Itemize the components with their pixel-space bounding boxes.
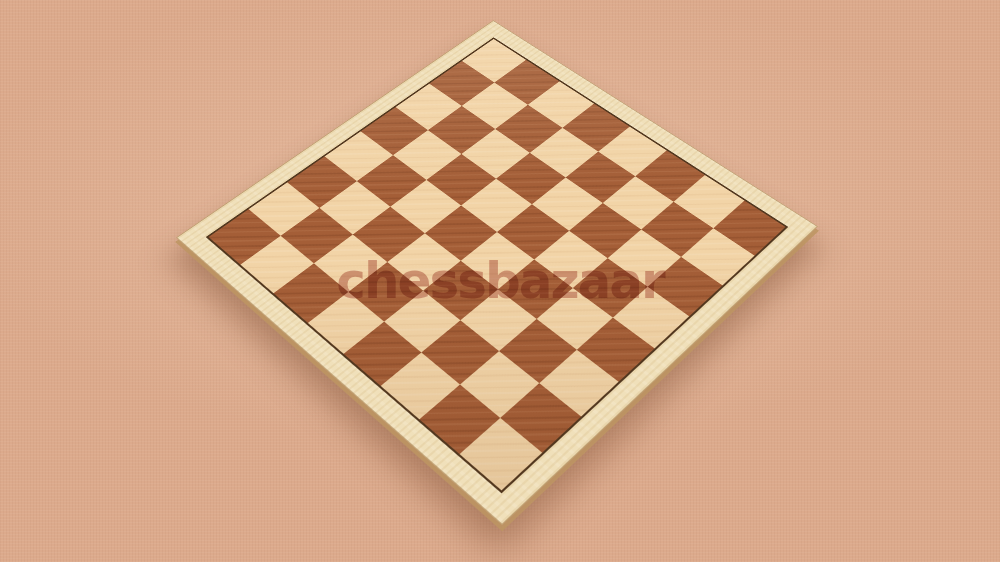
board-grid — [206, 37, 789, 493]
board-frame — [176, 20, 818, 525]
board-3d-pose — [176, 20, 818, 525]
chess-board — [266, 1, 728, 463]
photo-background: chessbazaar — [0, 0, 1000, 562]
